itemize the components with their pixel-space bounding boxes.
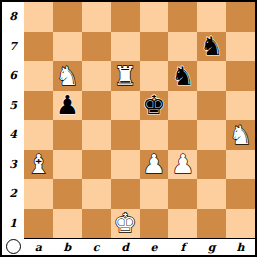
file-label-c: c: [82, 239, 111, 255]
square-e7[interactable]: [140, 32, 169, 62]
square-a2[interactable]: [24, 179, 53, 209]
square-g4[interactable]: [197, 120, 226, 150]
black-king: ♚: [142, 92, 165, 118]
square-a5[interactable]: [24, 91, 53, 121]
square-h1[interactable]: [226, 209, 255, 239]
square-b8[interactable]: [53, 2, 82, 32]
square-b1[interactable]: [53, 209, 82, 239]
rank-label-5: 5: [2, 91, 24, 121]
square-a4[interactable]: [24, 120, 53, 150]
black-knight: ♞: [171, 63, 194, 89]
square-a8[interactable]: [24, 2, 53, 32]
square-d8[interactable]: [111, 2, 140, 32]
white-king: ♚: [113, 210, 136, 236]
rank-label-4: 4: [2, 120, 24, 150]
square-d3[interactable]: [111, 150, 140, 180]
square-g6[interactable]: [197, 61, 226, 91]
square-c4[interactable]: [82, 120, 111, 150]
rank-label-7: 7: [2, 32, 24, 62]
square-b7[interactable]: [53, 32, 82, 62]
square-a3[interactable]: ♝: [24, 150, 53, 180]
square-d2[interactable]: [111, 179, 140, 209]
square-d4[interactable]: [111, 120, 140, 150]
file-label-a: a: [24, 239, 53, 255]
square-g5[interactable]: [197, 91, 226, 121]
square-d1[interactable]: ♚: [111, 209, 140, 239]
white-to-move-indicator: [6, 239, 21, 254]
square-b2[interactable]: [53, 179, 82, 209]
square-c7[interactable]: [82, 32, 111, 62]
square-h7[interactable]: [226, 32, 255, 62]
square-d5[interactable]: [111, 91, 140, 121]
rank-labels: 87654321: [2, 2, 24, 238]
black-pawn: ♟: [56, 92, 79, 118]
square-c3[interactable]: [82, 150, 111, 180]
square-f3[interactable]: ♟: [168, 150, 197, 180]
square-b6[interactable]: ♞: [53, 61, 82, 91]
square-h5[interactable]: [226, 91, 255, 121]
square-h6[interactable]: [226, 61, 255, 91]
square-f1[interactable]: [168, 209, 197, 239]
square-g7[interactable]: ♞: [197, 32, 226, 62]
square-g2[interactable]: [197, 179, 226, 209]
square-c8[interactable]: [82, 2, 111, 32]
file-label-h: h: [226, 239, 255, 255]
square-a1[interactable]: [24, 209, 53, 239]
side-to-move-corner: [2, 238, 24, 255]
square-e4[interactable]: [140, 120, 169, 150]
square-e5[interactable]: ♚: [140, 91, 169, 121]
square-g1[interactable]: [197, 209, 226, 239]
square-c5[interactable]: [82, 91, 111, 121]
square-e8[interactable]: [140, 2, 169, 32]
file-label-e: e: [140, 239, 169, 255]
rank-label-1: 1: [2, 209, 24, 239]
square-a7[interactable]: [24, 32, 53, 62]
square-d7[interactable]: [111, 32, 140, 62]
square-f2[interactable]: [168, 179, 197, 209]
file-labels: abcdefgh: [24, 238, 255, 255]
square-b5[interactable]: ♟: [53, 91, 82, 121]
square-e3[interactable]: ♟: [140, 150, 169, 180]
square-h8[interactable]: [226, 2, 255, 32]
square-d6[interactable]: ♜: [111, 61, 140, 91]
square-e1[interactable]: [140, 209, 169, 239]
file-label-d: d: [111, 239, 140, 255]
rank-label-6: 6: [2, 61, 24, 91]
file-label-b: b: [53, 239, 82, 255]
square-g3[interactable]: [197, 150, 226, 180]
square-f6[interactable]: ♞: [168, 61, 197, 91]
square-b4[interactable]: [53, 120, 82, 150]
file-label-f: f: [168, 239, 197, 255]
square-a6[interactable]: [24, 61, 53, 91]
rank-label-8: 8: [2, 2, 24, 32]
square-f4[interactable]: [168, 120, 197, 150]
square-g8[interactable]: [197, 2, 226, 32]
black-knight: ♞: [200, 33, 223, 59]
white-pawn: ♟: [142, 151, 165, 177]
square-h3[interactable]: [226, 150, 255, 180]
square-f8[interactable]: [168, 2, 197, 32]
square-c6[interactable]: [82, 61, 111, 91]
square-f5[interactable]: [168, 91, 197, 121]
rank-label-2: 2: [2, 179, 24, 209]
white-rook: ♜: [113, 63, 136, 89]
square-e6[interactable]: [140, 61, 169, 91]
white-knight: ♞: [229, 122, 252, 148]
white-bishop: ♝: [27, 151, 50, 177]
square-h4[interactable]: ♞: [226, 120, 255, 150]
square-f7[interactable]: [168, 32, 197, 62]
chess-diagram: 87654321 ♞♞♜♞♟♚♞♝♟♟♚ abcdefgh: [0, 0, 257, 257]
square-c2[interactable]: [82, 179, 111, 209]
file-label-g: g: [197, 239, 226, 255]
chess-board[interactable]: ♞♞♜♞♟♚♞♝♟♟♚: [24, 2, 255, 238]
square-b3[interactable]: [53, 150, 82, 180]
white-knight: ♞: [56, 63, 79, 89]
square-h2[interactable]: [226, 179, 255, 209]
rank-label-3: 3: [2, 150, 24, 180]
white-pawn: ♟: [171, 151, 194, 177]
square-e2[interactable]: [140, 179, 169, 209]
square-c1[interactable]: [82, 209, 111, 239]
